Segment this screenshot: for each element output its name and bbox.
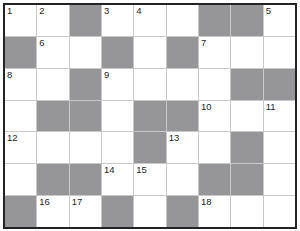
cell-r2c3[interactable] bbox=[70, 37, 101, 68]
block-cell-r3c8 bbox=[231, 69, 262, 100]
block-cell-r6c8 bbox=[231, 164, 262, 195]
block-cell-r6c2 bbox=[37, 164, 68, 195]
cell-r4c1[interactable] bbox=[5, 101, 36, 132]
clue-number: 17 bbox=[72, 197, 83, 207]
block-cell-r4c6 bbox=[167, 101, 198, 132]
cell-r2c5[interactable] bbox=[134, 37, 165, 68]
clue-number: 3 bbox=[104, 6, 109, 16]
block-cell-r4c2 bbox=[37, 101, 68, 132]
block-cell-r4c3 bbox=[70, 101, 101, 132]
cell-r4c8[interactable] bbox=[231, 101, 262, 132]
cell-r1c6[interactable] bbox=[167, 5, 198, 36]
clue-number: 8 bbox=[7, 70, 12, 80]
cell-r1c4[interactable]: 3 bbox=[102, 5, 133, 36]
clue-number: 9 bbox=[104, 70, 109, 80]
cell-r5c3[interactable] bbox=[70, 132, 101, 163]
block-cell-r2c4 bbox=[102, 37, 133, 68]
block-cell-r5c8 bbox=[231, 132, 262, 163]
block-cell-r7c1 bbox=[5, 196, 36, 227]
cell-r5c4[interactable] bbox=[102, 132, 133, 163]
cell-r4c7[interactable]: 10 bbox=[199, 101, 230, 132]
page: 123456789101112131415161718 bbox=[0, 0, 300, 231]
cell-r1c9[interactable]: 5 bbox=[264, 5, 295, 36]
clue-number: 4 bbox=[136, 6, 141, 16]
block-cell-r6c3 bbox=[70, 164, 101, 195]
block-cell-r3c9 bbox=[264, 69, 295, 100]
cell-r1c2[interactable]: 2 bbox=[37, 5, 68, 36]
cell-r2c2[interactable]: 6 bbox=[37, 37, 68, 68]
cell-r5c1[interactable]: 12 bbox=[5, 132, 36, 163]
block-cell-r7c4 bbox=[102, 196, 133, 227]
cell-r3c2[interactable] bbox=[37, 69, 68, 100]
clue-number: 12 bbox=[7, 133, 18, 143]
cell-r1c1[interactable]: 1 bbox=[5, 5, 36, 36]
cell-r2c7[interactable]: 7 bbox=[199, 37, 230, 68]
block-cell-r5c5 bbox=[134, 132, 165, 163]
cell-r1c5[interactable]: 4 bbox=[134, 5, 165, 36]
clue-number: 6 bbox=[39, 38, 44, 48]
cell-r6c9[interactable] bbox=[264, 164, 295, 195]
cell-r6c6[interactable] bbox=[167, 164, 198, 195]
cell-r5c6[interactable]: 13 bbox=[167, 132, 198, 163]
clue-number: 2 bbox=[39, 6, 44, 16]
block-cell-r1c8 bbox=[231, 5, 262, 36]
cell-r3c7[interactable] bbox=[199, 69, 230, 100]
cell-r6c5[interactable]: 15 bbox=[134, 164, 165, 195]
cell-r4c4[interactable] bbox=[102, 101, 133, 132]
clue-number: 10 bbox=[201, 102, 212, 112]
cell-r3c4[interactable]: 9 bbox=[102, 69, 133, 100]
cell-r6c4[interactable]: 14 bbox=[102, 164, 133, 195]
clue-number: 18 bbox=[201, 197, 212, 207]
block-cell-r3c3 bbox=[70, 69, 101, 100]
clue-number: 5 bbox=[266, 6, 271, 16]
cell-r5c9[interactable] bbox=[264, 132, 295, 163]
cell-r5c7[interactable] bbox=[199, 132, 230, 163]
cell-r3c1[interactable]: 8 bbox=[5, 69, 36, 100]
cell-r2c9[interactable] bbox=[264, 37, 295, 68]
block-cell-r7c6 bbox=[167, 196, 198, 227]
cell-r7c2[interactable]: 16 bbox=[37, 196, 68, 227]
block-cell-r6c7 bbox=[199, 164, 230, 195]
block-cell-r4c5 bbox=[134, 101, 165, 132]
cell-r2c8[interactable] bbox=[231, 37, 262, 68]
cell-r7c8[interactable] bbox=[231, 196, 262, 227]
cell-r5c2[interactable] bbox=[37, 132, 68, 163]
block-cell-r1c3 bbox=[70, 5, 101, 36]
clue-number: 11 bbox=[266, 102, 276, 112]
cell-r6c1[interactable] bbox=[5, 164, 36, 195]
cell-r4c9[interactable]: 11 bbox=[264, 101, 295, 132]
block-cell-r1c7 bbox=[199, 5, 230, 36]
cell-r3c5[interactable] bbox=[134, 69, 165, 100]
cell-r3c6[interactable] bbox=[167, 69, 198, 100]
cell-r7c7[interactable]: 18 bbox=[199, 196, 230, 227]
clue-number: 16 bbox=[39, 197, 50, 207]
clue-number: 14 bbox=[104, 165, 115, 175]
clue-number: 13 bbox=[169, 133, 180, 143]
cell-r7c5[interactable] bbox=[134, 196, 165, 227]
cell-r7c3[interactable]: 17 bbox=[70, 196, 101, 227]
cell-r7c9[interactable] bbox=[264, 196, 295, 227]
clue-number: 1 bbox=[7, 6, 12, 16]
clue-number: 15 bbox=[136, 165, 147, 175]
crossword-board: 123456789101112131415161718 bbox=[3, 3, 297, 229]
block-cell-r2c1 bbox=[5, 37, 36, 68]
clue-number: 7 bbox=[201, 38, 206, 48]
block-cell-r2c6 bbox=[167, 37, 198, 68]
